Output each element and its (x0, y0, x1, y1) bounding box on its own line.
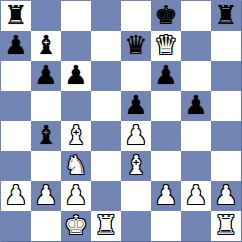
square-a4[interactable] (1, 121, 31, 151)
square-e3[interactable]: ♝ (121, 151, 151, 181)
square-g2[interactable]: ♟ (181, 181, 211, 211)
square-e6[interactable] (121, 61, 151, 91)
square-e7[interactable]: ♛ (121, 31, 151, 61)
square-b1[interactable] (31, 211, 61, 241)
piece-white-pawn[interactable]: ♟ (184, 182, 207, 208)
square-h6[interactable] (211, 61, 241, 91)
piece-white-pawn[interactable]: ♟ (64, 182, 87, 208)
square-g1[interactable] (181, 211, 211, 241)
piece-black-pawn[interactable]: ♟ (34, 62, 57, 88)
piece-white-rook[interactable]: ♜ (94, 212, 117, 238)
square-a2[interactable]: ♟ (1, 181, 31, 211)
square-a8[interactable]: ♜ (1, 1, 31, 31)
square-g6[interactable] (181, 61, 211, 91)
square-g7[interactable] (181, 31, 211, 61)
piece-white-queen[interactable]: ♛ (154, 32, 177, 58)
square-a3[interactable] (1, 151, 31, 181)
square-h8[interactable]: ♜ (211, 1, 241, 31)
square-g8[interactable] (181, 1, 211, 31)
piece-white-rook[interactable]: ♜ (214, 212, 237, 238)
square-b6[interactable]: ♟ (31, 61, 61, 91)
square-f4[interactable] (151, 121, 181, 151)
piece-black-queen[interactable]: ♛ (124, 32, 147, 58)
square-h5[interactable] (211, 91, 241, 121)
square-e1[interactable] (121, 211, 151, 241)
piece-white-pawn[interactable]: ♟ (154, 182, 177, 208)
piece-white-pawn[interactable]: ♟ (34, 182, 57, 208)
square-g5[interactable]: ♟ (181, 91, 211, 121)
square-e5[interactable]: ♟ (121, 91, 151, 121)
square-a1[interactable] (1, 211, 31, 241)
square-b5[interactable] (31, 91, 61, 121)
square-b4[interactable]: ♝ (31, 121, 61, 151)
piece-black-bishop[interactable]: ♝ (34, 122, 57, 148)
square-d6[interactable] (91, 61, 121, 91)
square-b7[interactable]: ♝ (31, 31, 61, 61)
square-a7[interactable]: ♟ (1, 31, 31, 61)
piece-black-pawn[interactable]: ♟ (184, 92, 207, 118)
square-d1[interactable]: ♜ (91, 211, 121, 241)
square-h4[interactable] (211, 121, 241, 151)
square-f8[interactable]: ♚ (151, 1, 181, 31)
square-b8[interactable] (31, 1, 61, 31)
piece-black-bishop[interactable]: ♝ (34, 32, 57, 58)
square-c7[interactable] (61, 31, 91, 61)
square-g3[interactable] (181, 151, 211, 181)
square-a5[interactable] (1, 91, 31, 121)
square-d4[interactable] (91, 121, 121, 151)
square-h1[interactable]: ♜ (211, 211, 241, 241)
square-b2[interactable]: ♟ (31, 181, 61, 211)
square-f6[interactable]: ♟ (151, 61, 181, 91)
square-e2[interactable] (121, 181, 151, 211)
piece-black-rook[interactable]: ♜ (214, 2, 237, 28)
piece-black-king[interactable]: ♚ (154, 2, 177, 28)
piece-black-pawn[interactable]: ♟ (64, 62, 87, 88)
square-c8[interactable] (61, 1, 91, 31)
piece-white-pawn[interactable]: ♟ (214, 182, 237, 208)
square-h7[interactable] (211, 31, 241, 61)
square-d2[interactable] (91, 181, 121, 211)
piece-black-pawn[interactable]: ♟ (124, 92, 147, 118)
square-d7[interactable] (91, 31, 121, 61)
square-f3[interactable] (151, 151, 181, 181)
piece-white-king[interactable]: ♚ (64, 212, 87, 238)
square-h3[interactable] (211, 151, 241, 181)
square-c2[interactable]: ♟ (61, 181, 91, 211)
square-c4[interactable]: ♝ (61, 121, 91, 151)
square-e4[interactable]: ♟ (121, 121, 151, 151)
square-d8[interactable] (91, 1, 121, 31)
square-b3[interactable] (31, 151, 61, 181)
piece-black-pawn[interactable]: ♟ (4, 32, 27, 58)
square-f1[interactable] (151, 211, 181, 241)
square-f2[interactable]: ♟ (151, 181, 181, 211)
square-g4[interactable] (181, 121, 211, 151)
square-f5[interactable] (151, 91, 181, 121)
square-e8[interactable] (121, 1, 151, 31)
piece-white-bishop[interactable]: ♝ (64, 122, 87, 148)
piece-white-knight[interactable]: ♞ (64, 152, 87, 178)
piece-white-pawn[interactable]: ♟ (124, 122, 147, 148)
square-d5[interactable] (91, 91, 121, 121)
square-c5[interactable] (61, 91, 91, 121)
chess-board: ♜♚♜♟♝♛♛♟♟♟♟♟♝♝♟♞♝♟♟♟♟♟♟♚♜♜ (0, 0, 242, 242)
square-h2[interactable]: ♟ (211, 181, 241, 211)
square-c6[interactable]: ♟ (61, 61, 91, 91)
piece-black-pawn[interactable]: ♟ (154, 62, 177, 88)
piece-white-bishop[interactable]: ♝ (124, 152, 147, 178)
piece-black-rook[interactable]: ♜ (4, 2, 27, 28)
square-c3[interactable]: ♞ (61, 151, 91, 181)
piece-white-pawn[interactable]: ♟ (4, 182, 27, 208)
square-c1[interactable]: ♚ (61, 211, 91, 241)
square-d3[interactable] (91, 151, 121, 181)
square-a6[interactable] (1, 61, 31, 91)
square-f7[interactable]: ♛ (151, 31, 181, 61)
